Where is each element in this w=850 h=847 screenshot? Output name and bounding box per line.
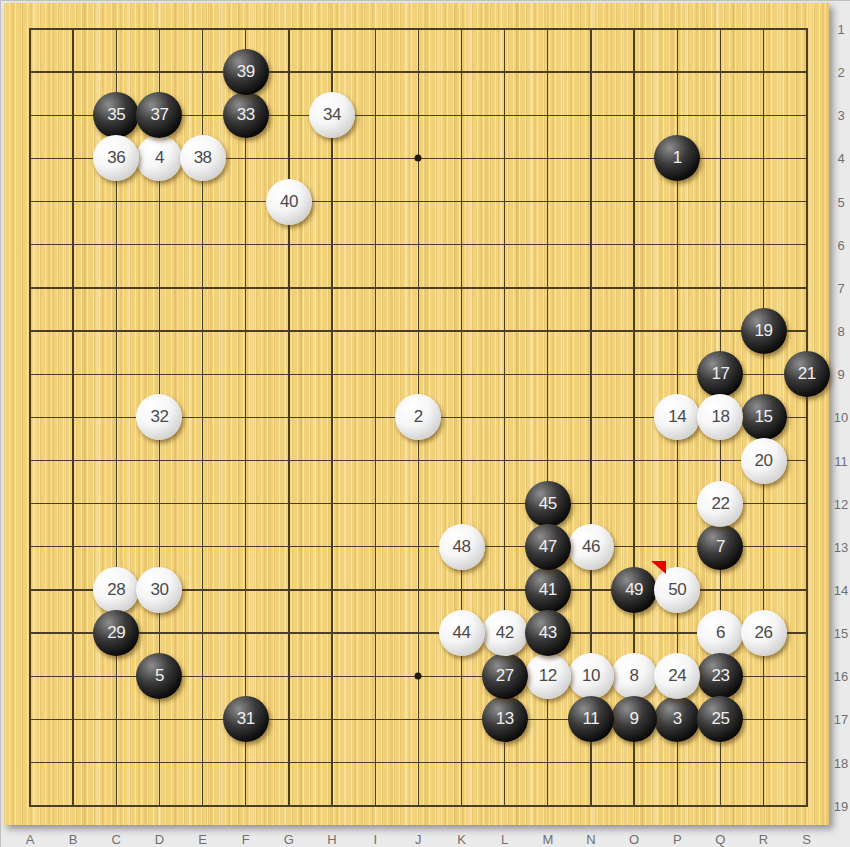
column-label-S: S: [802, 832, 811, 847]
stone-white-6[interactable]: 6: [697, 610, 743, 656]
stone-black-33[interactable]: 33: [223, 92, 269, 138]
grid-line-horizontal: [29, 546, 808, 547]
stone-white-12[interactable]: 12: [525, 653, 571, 699]
stone-black-3[interactable]: 3: [654, 696, 700, 742]
column-label-P: P: [673, 832, 682, 847]
grid-line-horizontal: [29, 632, 808, 633]
stone-black-49[interactable]: 49: [611, 567, 657, 613]
stone-black-31[interactable]: 31: [223, 696, 269, 742]
column-label-Q: Q: [715, 832, 725, 847]
stone-white-46[interactable]: 46: [568, 524, 614, 570]
stone-black-29[interactable]: 29: [93, 610, 139, 656]
column-label-O: O: [629, 832, 639, 847]
row-label-16: 16: [834, 669, 848, 684]
column-label-D: D: [155, 832, 164, 847]
stone-white-42[interactable]: 42: [482, 610, 528, 656]
column-label-F: F: [242, 832, 250, 847]
stone-black-15[interactable]: 15: [741, 394, 787, 440]
row-label-12: 12: [834, 496, 848, 511]
row-label-15: 15: [834, 626, 848, 641]
stone-white-36[interactable]: 36: [93, 135, 139, 181]
stone-black-37[interactable]: 37: [136, 92, 182, 138]
stone-white-22[interactable]: 22: [697, 481, 743, 527]
stone-black-17[interactable]: 17: [697, 351, 743, 397]
stone-white-28[interactable]: 28: [93, 567, 139, 613]
goban[interactable]: 1234567891011121314151718192021222324252…: [3, 3, 829, 825]
row-label-6: 6: [837, 237, 844, 252]
grid-line-vertical: [461, 28, 462, 807]
stone-black-11[interactable]: 11: [568, 696, 614, 742]
column-label-R: R: [759, 832, 768, 847]
stone-white-30[interactable]: 30: [136, 567, 182, 613]
stone-white-2[interactable]: 2: [395, 394, 441, 440]
grid-line-horizontal: [29, 460, 808, 461]
grid-line-horizontal: [29, 503, 808, 504]
row-label-4: 4: [837, 151, 844, 166]
row-label-1: 1: [837, 22, 844, 37]
row-label-8: 8: [837, 324, 844, 339]
stone-white-8[interactable]: 8: [611, 653, 657, 699]
stone-black-43[interactable]: 43: [525, 610, 571, 656]
stone-white-26[interactable]: 26: [741, 610, 787, 656]
stone-black-1[interactable]: 1: [654, 135, 700, 181]
stone-black-23[interactable]: 23: [697, 653, 743, 699]
row-label-13: 13: [834, 539, 848, 554]
row-label-10: 10: [834, 410, 848, 425]
column-label-E: E: [198, 832, 207, 847]
row-label-3: 3: [837, 108, 844, 123]
row-label-9: 9: [837, 367, 844, 382]
row-label-11: 11: [834, 453, 848, 468]
column-label-A: A: [26, 832, 35, 847]
kifu-viewer-page: 1234567891011121314151718192021222324252…: [0, 0, 850, 847]
stone-white-18[interactable]: 18: [697, 394, 743, 440]
stone-black-25[interactable]: 25: [697, 696, 743, 742]
star-point: [415, 155, 422, 162]
stone-white-44[interactable]: 44: [439, 610, 485, 656]
stone-black-35[interactable]: 35: [93, 92, 139, 138]
stone-black-5[interactable]: 5: [136, 653, 182, 699]
stone-black-47[interactable]: 47: [525, 524, 571, 570]
row-label-19: 19: [834, 798, 848, 813]
stone-black-19[interactable]: 19: [741, 308, 787, 354]
row-label-2: 2: [837, 65, 844, 80]
stone-white-10[interactable]: 10: [568, 653, 614, 699]
stone-white-20[interactable]: 20: [741, 438, 787, 484]
stone-black-39[interactable]: 39: [223, 49, 269, 95]
row-label-18: 18: [834, 755, 848, 770]
star-point: [415, 673, 422, 680]
stone-white-24[interactable]: 24: [654, 653, 700, 699]
column-label-B: B: [69, 832, 78, 847]
column-label-N: N: [586, 832, 595, 847]
stone-white-32[interactable]: 32: [136, 394, 182, 440]
stone-black-41[interactable]: 41: [525, 567, 571, 613]
stone-white-38[interactable]: 38: [180, 135, 226, 181]
last-move-marker: [651, 561, 667, 579]
column-label-G: G: [284, 832, 294, 847]
stone-black-21[interactable]: 21: [784, 351, 830, 397]
grid-line-horizontal: [29, 762, 808, 763]
column-label-M: M: [542, 832, 553, 847]
stone-white-14[interactable]: 14: [654, 394, 700, 440]
column-label-C: C: [112, 832, 121, 847]
column-label-I: I: [373, 832, 377, 847]
grid-line-vertical: [806, 28, 808, 807]
row-label-17: 17: [834, 712, 848, 727]
stone-white-34[interactable]: 34: [309, 92, 355, 138]
grid-line-horizontal: [29, 805, 808, 807]
column-label-J: J: [415, 832, 422, 847]
stone-white-48[interactable]: 48: [439, 524, 485, 570]
row-label-5: 5: [837, 194, 844, 209]
column-label-L: L: [501, 832, 508, 847]
stone-black-13[interactable]: 13: [482, 696, 528, 742]
stone-black-9[interactable]: 9: [611, 696, 657, 742]
stone-white-4[interactable]: 4: [136, 135, 182, 181]
column-label-K: K: [457, 832, 466, 847]
row-label-7: 7: [837, 280, 844, 295]
stone-black-7[interactable]: 7: [697, 524, 743, 570]
stone-black-45[interactable]: 45: [525, 481, 571, 527]
stone-black-27[interactable]: 27: [482, 653, 528, 699]
column-label-H: H: [327, 832, 336, 847]
stone-white-40[interactable]: 40: [266, 179, 312, 225]
row-label-14: 14: [834, 582, 848, 597]
